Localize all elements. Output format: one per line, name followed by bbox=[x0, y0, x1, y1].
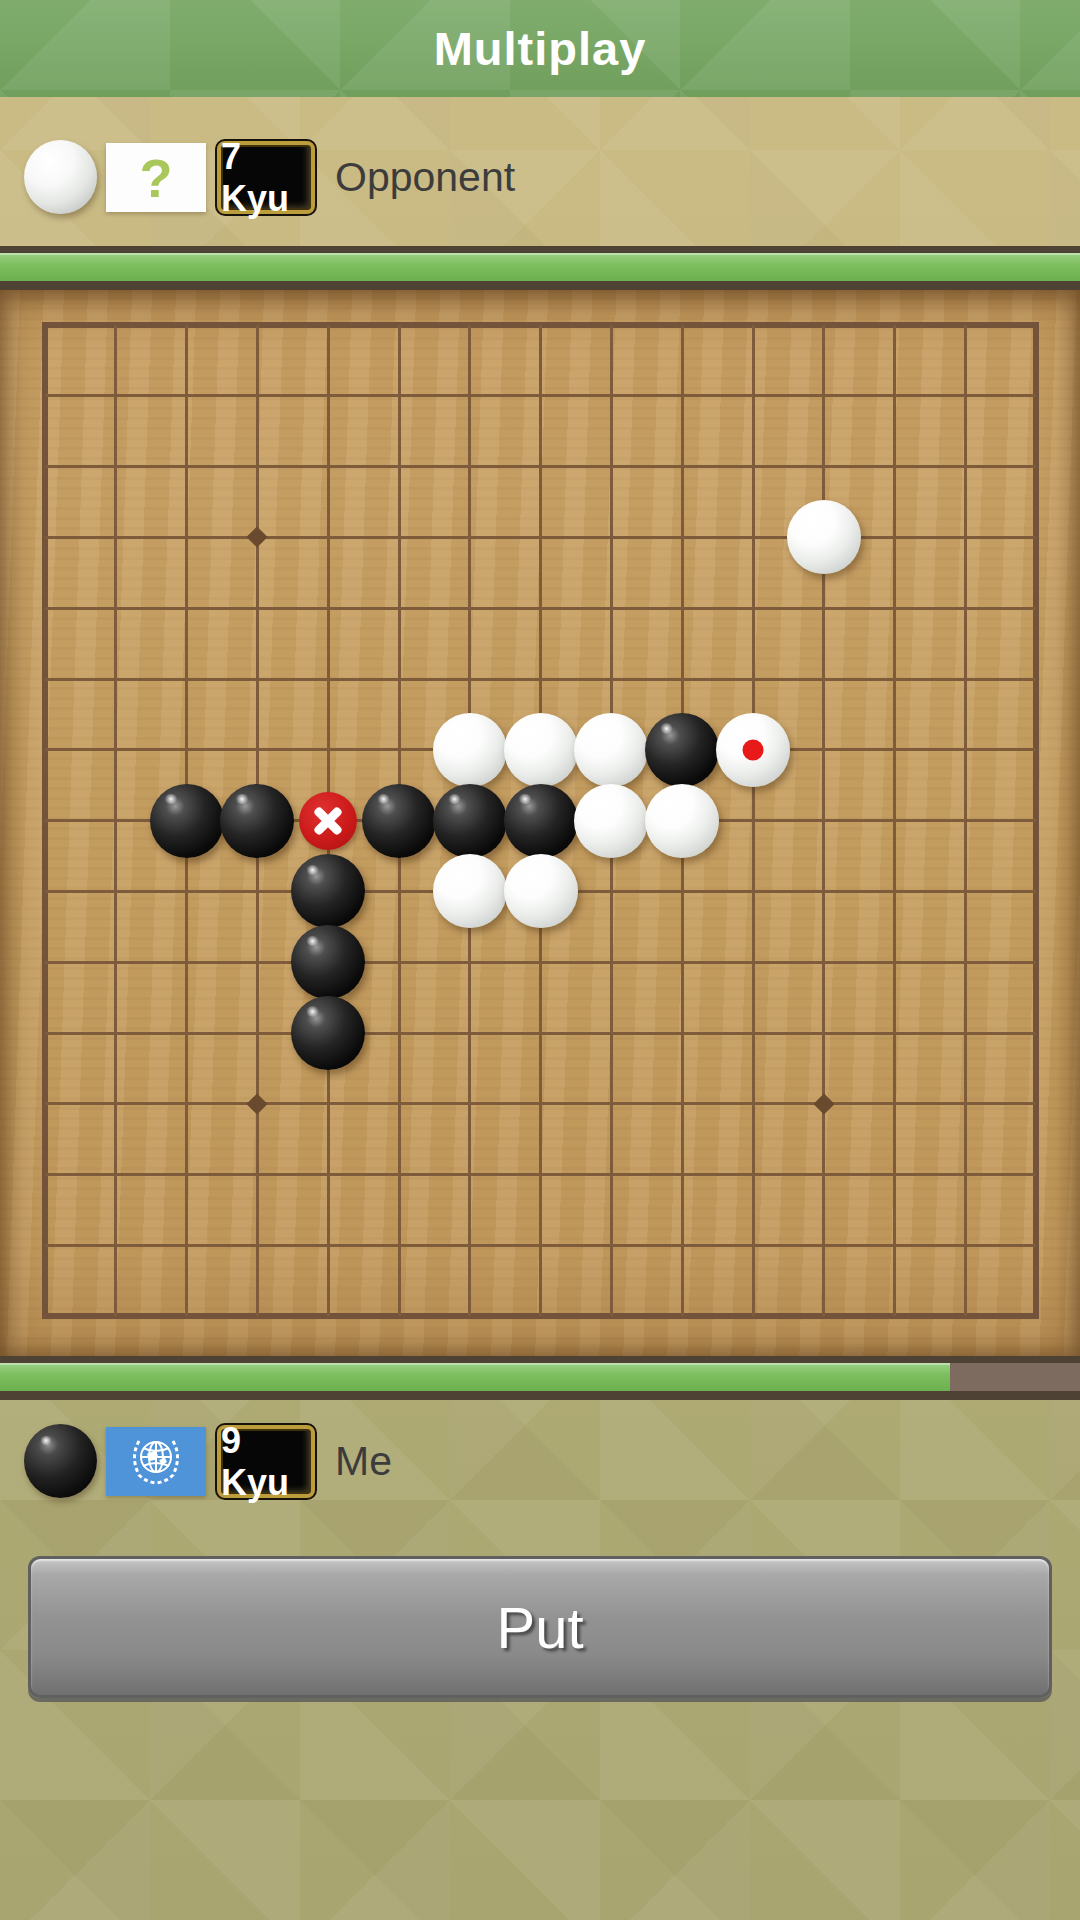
my-timer-fill bbox=[0, 1363, 950, 1391]
stone-white bbox=[433, 854, 507, 928]
stone-highlight bbox=[235, 794, 248, 804]
grid-line-vertical bbox=[822, 325, 825, 1316]
stone-white bbox=[645, 784, 719, 858]
last-move-red-dot bbox=[743, 739, 764, 760]
stone-black bbox=[504, 784, 578, 858]
grid-line-vertical bbox=[752, 325, 755, 1316]
stone-highlight bbox=[660, 794, 673, 804]
stone-black bbox=[433, 784, 507, 858]
stone-black bbox=[362, 784, 436, 858]
stone-black bbox=[220, 784, 294, 858]
united-nations-flag-icon bbox=[106, 1427, 206, 1496]
stone-highlight bbox=[306, 865, 319, 875]
grid-line-horizontal bbox=[45, 1173, 1036, 1176]
put-button-label: Put bbox=[496, 1594, 583, 1661]
stone-highlight bbox=[802, 511, 815, 521]
stone-highlight bbox=[448, 865, 461, 875]
put-button[interactable]: Put bbox=[28, 1556, 1052, 1698]
my-rank-badge: 9 Kyu bbox=[217, 1425, 315, 1498]
stone-white bbox=[504, 713, 578, 787]
stone-highlight bbox=[164, 794, 177, 804]
my-timer-bar bbox=[0, 1356, 1080, 1400]
stone-white bbox=[716, 713, 790, 787]
grid-line-vertical bbox=[964, 325, 967, 1316]
stone-black bbox=[645, 713, 719, 787]
opponent-unknown-flag-icon: ? bbox=[106, 143, 206, 212]
stone-white bbox=[504, 854, 578, 928]
header-bar: Multiplay bbox=[0, 0, 1080, 97]
me-row: 9 Kyu Me bbox=[0, 1424, 1080, 1534]
stone-highlight bbox=[589, 794, 602, 804]
grid-line-horizontal bbox=[45, 1102, 1036, 1105]
stone-white bbox=[433, 713, 507, 787]
app-screen: Multiplay ? 7 Kyu Opponent bbox=[0, 0, 1080, 1920]
stone-highlight bbox=[377, 794, 390, 804]
grid-line-horizontal bbox=[45, 1244, 1036, 1247]
opponent-timer-fill bbox=[0, 253, 1080, 281]
opponent-name-label: Opponent bbox=[335, 140, 515, 214]
forbidden-point-marker bbox=[299, 792, 357, 850]
opponent-rank-badge: 7 Kyu bbox=[217, 141, 315, 214]
grid-line-horizontal bbox=[45, 1032, 1036, 1035]
stone-black bbox=[150, 784, 224, 858]
grid-line-vertical bbox=[893, 325, 896, 1316]
stone-black bbox=[291, 854, 365, 928]
stone-highlight bbox=[518, 794, 531, 804]
board-grid[interactable] bbox=[45, 325, 1036, 1316]
stone-highlight bbox=[518, 865, 531, 875]
grid-line-horizontal bbox=[45, 961, 1036, 964]
un-emblem-graphic bbox=[106, 1427, 206, 1496]
stone-highlight bbox=[518, 723, 531, 733]
stone-highlight bbox=[40, 1436, 52, 1445]
stone-white bbox=[787, 500, 861, 574]
my-stone-avatar bbox=[24, 1424, 97, 1498]
my-name-label: Me bbox=[335, 1424, 392, 1498]
stone-highlight bbox=[448, 723, 461, 733]
stone-highlight bbox=[660, 723, 673, 733]
gomoku-board[interactable] bbox=[0, 290, 1080, 1360]
my-rank-label: 9 Kyu bbox=[221, 1420, 311, 1504]
stone-white bbox=[574, 713, 648, 787]
page-title: Multiplay bbox=[434, 21, 647, 76]
stone-highlight bbox=[40, 152, 52, 161]
stone-highlight bbox=[306, 936, 319, 946]
stone-highlight bbox=[448, 794, 461, 804]
stone-black bbox=[291, 996, 365, 1070]
opponent-stone-avatar bbox=[24, 140, 97, 214]
question-mark-icon: ? bbox=[140, 147, 173, 209]
opponent-row: ? 7 Kyu Opponent bbox=[0, 140, 1080, 250]
stone-black bbox=[291, 925, 365, 999]
stone-highlight bbox=[731, 723, 744, 733]
stone-white bbox=[574, 784, 648, 858]
stone-highlight bbox=[589, 723, 602, 733]
opponent-timer-bar bbox=[0, 246, 1080, 290]
stone-highlight bbox=[306, 1006, 319, 1016]
opponent-rank-label: 7 Kyu bbox=[221, 136, 311, 220]
